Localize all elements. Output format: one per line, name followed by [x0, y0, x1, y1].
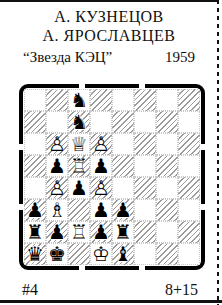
white-rook: ♖ — [70, 156, 88, 176]
square-c1 — [68, 243, 90, 265]
chess-board: ♞♞♙♕♙♟♖♟♙♟♙♟♗♟♟♜♟♖♟♜♛♚♔♝ — [24, 89, 200, 265]
white-bishop: ♗ — [48, 200, 66, 220]
black-pawn: ♟ — [26, 200, 44, 220]
square-e4 — [112, 177, 134, 199]
square-f5 — [134, 155, 156, 177]
frame-notch — [139, 265, 145, 271]
black-pawn: ♟ — [92, 156, 110, 176]
square-g5 — [156, 155, 178, 177]
frame-notch — [200, 144, 206, 150]
white-king: ♔ — [92, 244, 110, 264]
square-c7: ♞ — [68, 111, 90, 133]
square-d5: ♟ — [90, 155, 112, 177]
square-f1 — [134, 243, 156, 265]
bottom-rule — [0, 300, 222, 303]
white-pawn: ♙ — [92, 178, 110, 198]
square-e3: ♟ — [112, 199, 134, 221]
square-d2: ♟ — [90, 221, 112, 243]
square-g8 — [156, 89, 178, 111]
author-line-2: А. ЯРОСЛАВЦЕВ — [0, 26, 218, 45]
square-h8 — [178, 89, 200, 111]
square-c6: ♕ — [68, 133, 90, 155]
page: { "game": "chess", "problem_type": "dire… — [0, 0, 222, 305]
square-f8 — [134, 89, 156, 111]
square-h1 — [178, 243, 200, 265]
source-title: “Звезда КЭЦ” — [23, 48, 112, 66]
black-rook: ♜ — [114, 222, 132, 242]
square-h5 — [178, 155, 200, 177]
square-h4 — [178, 177, 200, 199]
square-b8 — [46, 89, 68, 111]
square-e1: ♝ — [112, 243, 134, 265]
square-e7 — [112, 111, 134, 133]
square-f2 — [134, 221, 156, 243]
black-knight: ♞ — [70, 90, 88, 110]
square-g2 — [156, 221, 178, 243]
black-knight: ♞ — [70, 112, 88, 132]
square-b7 — [46, 111, 68, 133]
black-pawn: ♟ — [48, 156, 66, 176]
black-pawn: ♟ — [70, 178, 88, 198]
board-frame: ♞♞♙♕♙♟♖♟♙♟♙♟♗♟♟♜♟♖♟♜♛♚♔♝ — [19, 84, 205, 270]
stipulation-label: #4 — [22, 281, 38, 299]
square-h6 — [178, 133, 200, 155]
square-a6 — [24, 133, 46, 155]
frame-notch — [18, 204, 24, 210]
square-d1: ♔ — [90, 243, 112, 265]
square-c5: ♖ — [68, 155, 90, 177]
square-a8 — [24, 89, 46, 111]
square-a3: ♟ — [24, 199, 46, 221]
square-d6: ♙ — [90, 133, 112, 155]
black-pawn: ♟ — [114, 200, 132, 220]
square-g4 — [156, 177, 178, 199]
square-b4: ♙ — [46, 177, 68, 199]
square-e6 — [112, 133, 134, 155]
square-f4 — [134, 177, 156, 199]
square-g3 — [156, 199, 178, 221]
author-line-1: А. КУЗНЕЦОВ — [0, 7, 218, 26]
white-pawn: ♙ — [92, 134, 110, 154]
frame-notch — [79, 265, 85, 271]
square-b3: ♗ — [46, 199, 68, 221]
material-count-label: 8+15 — [165, 281, 198, 299]
black-pawn: ♟ — [48, 222, 66, 242]
square-g7 — [156, 111, 178, 133]
square-c2: ♖ — [68, 221, 90, 243]
white-queen: ♕ — [70, 134, 88, 154]
square-c8: ♞ — [68, 89, 90, 111]
square-c3 — [68, 199, 90, 221]
white-pawn: ♙ — [48, 178, 66, 198]
source-year: 1959 — [165, 48, 195, 66]
square-b1: ♚ — [46, 243, 68, 265]
square-h2 — [178, 221, 200, 243]
black-bishop: ♝ — [114, 244, 132, 264]
black-rook: ♜ — [26, 222, 44, 242]
square-h3 — [178, 199, 200, 221]
caption-row: #4 8+15 — [22, 281, 198, 299]
frame-notch — [200, 204, 206, 210]
square-g1 — [156, 243, 178, 265]
square-e2: ♜ — [112, 221, 134, 243]
top-rule — [0, 0, 219, 2]
square-e5 — [112, 155, 134, 177]
black-pawn: ♟ — [92, 200, 110, 220]
square-a1: ♛ — [24, 243, 46, 265]
square-e8 — [112, 89, 134, 111]
square-b5: ♟ — [46, 155, 68, 177]
square-d4: ♙ — [90, 177, 112, 199]
square-f7 — [134, 111, 156, 133]
square-d7 — [90, 111, 112, 133]
square-f3 — [134, 199, 156, 221]
square-a2: ♜ — [24, 221, 46, 243]
square-b6: ♙ — [46, 133, 68, 155]
square-a7 — [24, 111, 46, 133]
black-king: ♚ — [48, 244, 66, 264]
square-g6 — [156, 133, 178, 155]
square-c4: ♟ — [68, 177, 90, 199]
white-pawn: ♙ — [48, 134, 66, 154]
square-f6 — [134, 133, 156, 155]
square-a4 — [24, 177, 46, 199]
square-d3: ♟ — [90, 199, 112, 221]
source-row: “Звезда КЭЦ” 1959 — [23, 48, 195, 66]
white-rook: ♖ — [70, 222, 88, 242]
frame-notch — [18, 144, 24, 150]
square-a5 — [24, 155, 46, 177]
frame-notch — [139, 83, 145, 89]
problem-header: А. КУЗНЕЦОВ А. ЯРОСЛАВЦЕВ “Звезда КЭЦ” 1… — [0, 7, 218, 66]
black-queen: ♛ — [26, 244, 44, 264]
square-h7 — [178, 111, 200, 133]
square-d8 — [90, 89, 112, 111]
square-b2: ♟ — [46, 221, 68, 243]
black-pawn: ♟ — [92, 222, 110, 242]
